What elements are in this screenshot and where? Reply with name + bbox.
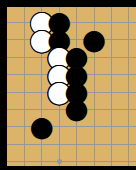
black-stone: ● xyxy=(33,118,50,135)
stone-grid: ●●●●●●●●●●●●● xyxy=(0,0,136,170)
go-diagram: ●●●●●●●●●●●●● xyxy=(0,0,136,170)
black-stone: ● xyxy=(68,101,85,118)
